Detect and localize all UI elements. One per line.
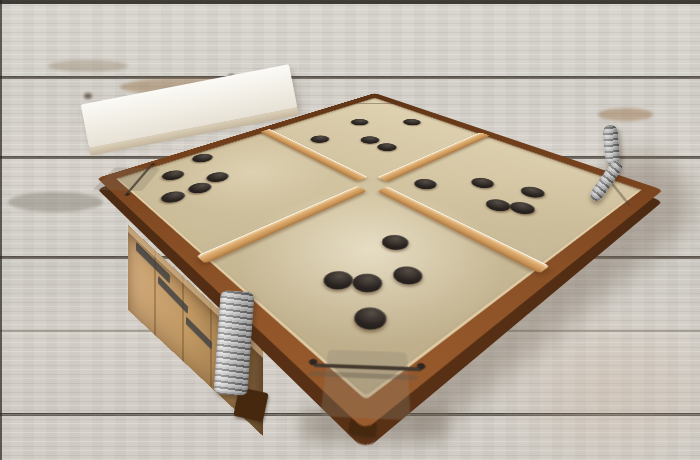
puck[interactable] xyxy=(158,168,187,182)
puck[interactable] xyxy=(348,118,372,127)
coil-spring-right-upper xyxy=(602,124,620,165)
puck[interactable] xyxy=(516,184,549,200)
crate-stencil-mark xyxy=(186,316,212,349)
coil-spring-left xyxy=(213,290,254,396)
photo-left-edge xyxy=(0,0,2,460)
plank-edge-strip xyxy=(0,0,700,4)
paint-flake-patch xyxy=(8,192,103,212)
photo-stage xyxy=(0,0,700,460)
wood-knot-patch xyxy=(598,108,653,121)
wood-knot-patch xyxy=(48,60,128,72)
puck[interactable] xyxy=(185,181,216,196)
wood-speck xyxy=(84,93,92,99)
puck[interactable] xyxy=(400,118,425,127)
puck[interactable] xyxy=(348,303,394,334)
puck[interactable] xyxy=(347,270,389,296)
puck[interactable] xyxy=(203,170,233,184)
puck[interactable] xyxy=(157,189,189,205)
puck[interactable] xyxy=(467,176,498,191)
puck[interactable] xyxy=(307,134,333,144)
puck[interactable] xyxy=(410,177,441,192)
puck[interactable] xyxy=(189,152,217,164)
puck[interactable] xyxy=(505,200,539,217)
puck[interactable] xyxy=(373,142,400,153)
puck[interactable] xyxy=(377,232,415,253)
puck[interactable] xyxy=(387,263,428,288)
